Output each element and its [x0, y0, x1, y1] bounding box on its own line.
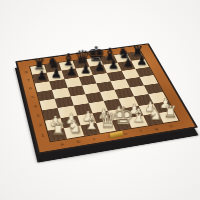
chess-board: ♜♞♝♛♚♝♞♜♟♟♟♟♟♟♟♟♟♟♟♟♟♟♟♟♜♞♝♛♚♝♞♜ a b c d…	[15, 43, 198, 154]
piece-black-pawn-a7[interactable]: ♟	[27, 68, 57, 81]
square-a1[interactable]: ♜	[48, 128, 68, 141]
rank-label: 5	[28, 92, 38, 102]
chess-set-photo: ♜♞♝♛♚♝♞♜♟♟♟♟♟♟♟♟♟♟♟♟♟♟♟♟♜♞♝♛♚♝♞♜ a b c d…	[0, 0, 200, 200]
square-h4[interactable]	[144, 83, 163, 94]
square-a4[interactable]	[40, 99, 58, 111]
piece-white-rook-a1[interactable]: ♜	[41, 122, 75, 139]
square-b4[interactable]	[55, 96, 73, 108]
rank-label: 6	[26, 84, 36, 94]
rank-label: 4	[30, 101, 41, 111]
square-d5[interactable]	[82, 83, 100, 94]
file-label: h	[162, 122, 180, 130]
file-label: a	[53, 140, 71, 148]
